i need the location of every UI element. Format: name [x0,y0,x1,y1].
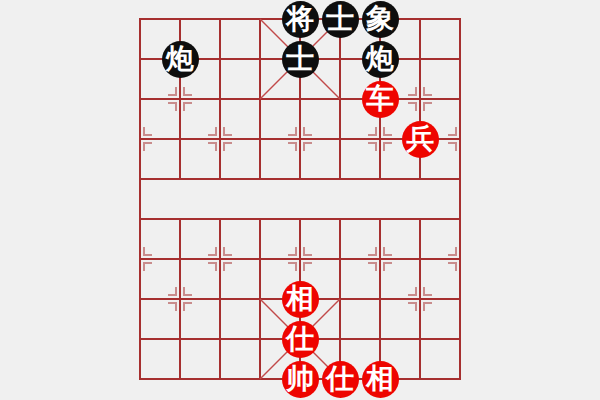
piece-black-advisor[interactable]: 士 [322,1,359,38]
piece-black-cannon[interactable]: 炮 [362,41,399,78]
xiangqi-app: 将士象炮士炮车兵相仕帅仕相 [0,0,600,400]
piece-black-advisor[interactable]: 士 [282,41,319,78]
piece-red-general[interactable]: 帅 [282,361,319,398]
piece-black-cannon[interactable]: 炮 [162,41,199,78]
xiangqi-board-grid: 将士象炮士炮车兵相仕帅仕相 [120,0,480,399]
piece-black-general[interactable]: 将 [282,1,319,38]
piece-red-chariot[interactable]: 车 [362,81,399,118]
piece-red-advisor[interactable]: 仕 [282,321,319,358]
piece-red-elephant[interactable]: 相 [282,281,319,318]
piece-red-soldier[interactable]: 兵 [402,121,439,158]
piece-black-elephant[interactable]: 象 [362,1,399,38]
piece-red-advisor[interactable]: 仕 [322,361,359,398]
piece-red-elephant[interactable]: 相 [362,361,399,398]
